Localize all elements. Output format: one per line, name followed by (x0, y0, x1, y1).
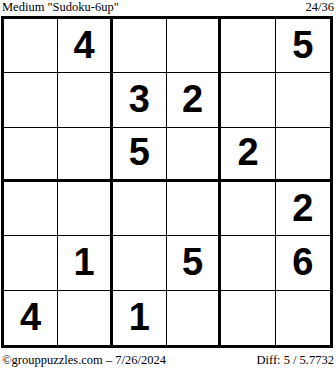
sudoku-grid: 453252215641 (1, 16, 333, 348)
cell-r4c4[interactable] (167, 182, 221, 236)
cell-r6c1: 4 (4, 291, 58, 345)
cell-r6c5[interactable] (221, 291, 275, 345)
cell-r3c5: 2 (221, 128, 275, 182)
cell-r1c1[interactable] (4, 19, 58, 73)
cell-r5c5[interactable] (221, 236, 275, 290)
cell-r3c6[interactable] (276, 128, 330, 182)
cell-r2c3: 3 (113, 73, 167, 127)
cell-r4c6: 2 (276, 182, 330, 236)
cell-r2c6[interactable] (276, 73, 330, 127)
cell-r3c2[interactable] (58, 128, 112, 182)
header: Medium "Sudoku-6up" 24/36 (0, 0, 336, 16)
cell-r6c4[interactable] (167, 291, 221, 345)
copyright-text: ©grouppuzzles.com – 7/26/2024 (2, 353, 166, 367)
progress-counter: 24/36 (306, 0, 334, 14)
cell-r1c4[interactable] (167, 19, 221, 73)
cell-r3c1[interactable] (4, 128, 58, 182)
cell-r3c4[interactable] (167, 128, 221, 182)
cell-r4c2[interactable] (58, 182, 112, 236)
puzzle-title: Medium "Sudoku-6up" (2, 0, 119, 14)
cell-r2c2[interactable] (58, 73, 112, 127)
cell-r2c1[interactable] (4, 73, 58, 127)
difficulty-text: Diff: 5 / 5.7732 (256, 353, 334, 367)
cell-r5c2: 1 (58, 236, 112, 290)
cell-r1c6: 5 (276, 19, 330, 73)
cell-r6c6[interactable] (276, 291, 330, 345)
cell-r1c3[interactable] (113, 19, 167, 73)
cell-r6c2[interactable] (58, 291, 112, 345)
cell-r4c3[interactable] (113, 182, 167, 236)
footer: ©grouppuzzles.com – 7/26/2024 Diff: 5 / … (0, 348, 336, 367)
cell-r5c4: 5 (167, 236, 221, 290)
cell-r1c5[interactable] (221, 19, 275, 73)
cell-r4c1[interactable] (4, 182, 58, 236)
cell-r3c3: 5 (113, 128, 167, 182)
cell-r1c2: 4 (58, 19, 112, 73)
cell-r5c3[interactable] (113, 236, 167, 290)
cell-r5c1[interactable] (4, 236, 58, 290)
cell-r6c3: 1 (113, 291, 167, 345)
puzzle-page: Medium "Sudoku-6up" 24/36 453252215641 ©… (0, 0, 336, 370)
cell-r4c5[interactable] (221, 182, 275, 236)
cell-r5c6: 6 (276, 236, 330, 290)
cell-r2c5[interactable] (221, 73, 275, 127)
cell-r2c4: 2 (167, 73, 221, 127)
